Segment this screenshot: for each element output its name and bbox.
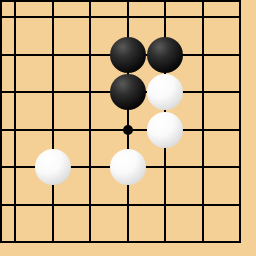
grid-line-horizontal xyxy=(0,204,241,206)
black-stone xyxy=(110,74,146,110)
grid-line-horizontal xyxy=(0,129,241,131)
black-stone xyxy=(147,37,183,73)
grid-line-vertical xyxy=(202,0,204,243)
grid-line-vertical xyxy=(52,0,54,243)
white-stone xyxy=(147,112,183,148)
board-crop-line-left xyxy=(0,0,2,243)
grid-line-vertical xyxy=(89,0,91,243)
white-stone xyxy=(35,149,71,185)
go-board[interactable] xyxy=(0,0,256,256)
white-stone xyxy=(110,149,146,185)
white-stone xyxy=(147,74,183,110)
star-point xyxy=(123,125,133,135)
board-crop-line-top xyxy=(0,0,241,2)
grid-line-horizontal xyxy=(0,241,241,243)
grid-line-vertical xyxy=(239,0,241,243)
grid-line-horizontal xyxy=(0,16,241,18)
grid-line-vertical xyxy=(14,0,16,243)
black-stone xyxy=(110,37,146,73)
